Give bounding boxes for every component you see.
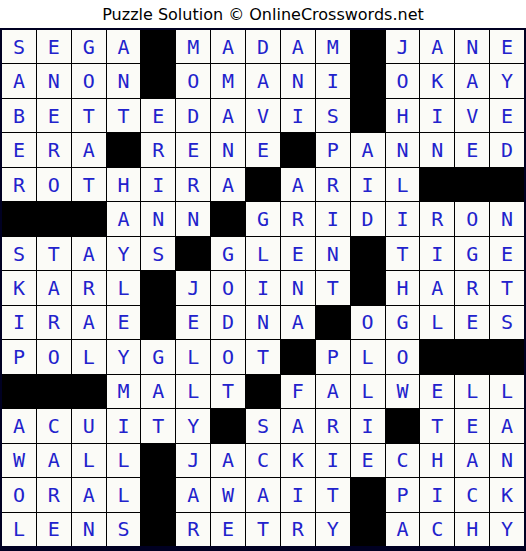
letter-cell: P: [316, 340, 350, 373]
letter-cell: F: [281, 375, 315, 408]
letter-cell: I: [141, 168, 175, 201]
letter-cell: B: [2, 99, 36, 132]
letter-cell: E: [211, 513, 245, 546]
letter-cell: W: [211, 478, 245, 511]
letter-cell: R: [455, 271, 489, 304]
letter-cell: A: [72, 306, 106, 339]
letter-cell: R: [316, 409, 350, 442]
letter-cell: P: [2, 340, 36, 373]
letter-cell: N: [316, 237, 350, 270]
letter-cell: H: [386, 99, 420, 132]
letter-cell: C: [37, 409, 71, 442]
block-cell: [351, 30, 385, 63]
letter-cell: L: [2, 513, 36, 546]
block-cell: [281, 340, 315, 373]
letter-cell: N: [490, 202, 524, 235]
letter-cell: E: [141, 99, 175, 132]
letter-cell: A: [455, 64, 489, 97]
block-cell: [351, 64, 385, 97]
letter-cell: I: [281, 99, 315, 132]
letter-cell: I: [351, 168, 385, 201]
block-cell: [351, 237, 385, 270]
block-cell: [490, 168, 524, 201]
letter-cell: L: [351, 375, 385, 408]
letter-cell: Y: [490, 64, 524, 97]
letter-cell: E: [37, 99, 71, 132]
letter-cell: U: [72, 409, 106, 442]
letter-cell: R: [176, 513, 210, 546]
letter-cell: E: [490, 237, 524, 270]
letter-cell: I: [316, 444, 350, 477]
letter-cell: G: [141, 340, 175, 373]
letter-cell: T: [141, 409, 175, 442]
letter-cell: S: [2, 30, 36, 63]
letter-cell: L: [246, 237, 280, 270]
letter-cell: L: [490, 375, 524, 408]
letter-cell: L: [420, 306, 454, 339]
letter-cell: N: [107, 64, 141, 97]
letter-cell: A: [281, 168, 315, 201]
letter-cell: L: [72, 340, 106, 373]
letter-cell: S: [246, 409, 280, 442]
block-cell: [351, 99, 385, 132]
block-cell: [455, 168, 489, 201]
letter-cell: L: [176, 340, 210, 373]
letter-cell: I: [420, 99, 454, 132]
letter-cell: A: [281, 306, 315, 339]
letter-cell: S: [2, 237, 36, 270]
block-cell: [211, 202, 245, 235]
block-cell: [211, 409, 245, 442]
letter-cell: L: [386, 168, 420, 201]
letter-cell: I: [351, 409, 385, 442]
letter-cell: N: [37, 64, 71, 97]
letter-cell: A: [176, 478, 210, 511]
letter-cell: R: [2, 168, 36, 201]
block-cell: [351, 513, 385, 546]
letter-cell: A: [420, 30, 454, 63]
letter-cell: O: [386, 340, 420, 373]
letter-cell: E: [107, 306, 141, 339]
letter-cell: A: [211, 168, 245, 201]
block-cell: [386, 409, 420, 442]
block-cell: [351, 271, 385, 304]
block-cell: [141, 30, 175, 63]
block-cell: [246, 375, 280, 408]
letter-cell: E: [176, 306, 210, 339]
letter-cell: K: [281, 444, 315, 477]
letter-cell: V: [455, 99, 489, 132]
letter-cell: T: [386, 237, 420, 270]
letter-cell: R: [37, 306, 71, 339]
letter-cell: P: [316, 133, 350, 166]
letter-cell: D: [490, 133, 524, 166]
letter-cell: T: [72, 168, 106, 201]
letter-cell: C: [246, 444, 280, 477]
letter-cell: A: [490, 409, 524, 442]
block-cell: [141, 306, 175, 339]
block-cell: [37, 202, 71, 235]
letter-cell: E: [490, 99, 524, 132]
block-cell: [420, 340, 454, 373]
letter-cell: A: [351, 133, 385, 166]
letter-cell: S: [316, 99, 350, 132]
letter-cell: H: [386, 271, 420, 304]
letter-cell: O: [72, 64, 106, 97]
letter-cell: K: [2, 271, 36, 304]
letter-cell: T: [211, 375, 245, 408]
letter-cell: T: [72, 99, 106, 132]
puzzle-solution-page: Puzzle Solution © OnlineCrosswords.net S…: [0, 0, 526, 551]
letter-cell: S: [490, 306, 524, 339]
letter-cell: T: [246, 340, 280, 373]
letter-cell: E: [420, 375, 454, 408]
letter-cell: A: [37, 271, 71, 304]
letter-cell: O: [176, 64, 210, 97]
block-cell: [141, 478, 175, 511]
letter-cell: O: [351, 306, 385, 339]
letter-cell: N: [455, 30, 489, 63]
letter-cell: T: [37, 237, 71, 270]
block-cell: [37, 375, 71, 408]
letter-cell: G: [211, 237, 245, 270]
letter-cell: L: [72, 444, 106, 477]
letter-cell: E: [455, 409, 489, 442]
letter-cell: T: [490, 271, 524, 304]
letter-cell: A: [246, 478, 280, 511]
letter-cell: O: [37, 168, 71, 201]
letter-cell: E: [246, 133, 280, 166]
letter-cell: A: [281, 409, 315, 442]
letter-cell: J: [176, 271, 210, 304]
letter-cell: A: [386, 513, 420, 546]
letter-cell: G: [246, 202, 280, 235]
letter-cell: P: [386, 478, 420, 511]
letter-cell: N: [141, 202, 175, 235]
letter-cell: E: [455, 306, 489, 339]
block-cell: [2, 202, 36, 235]
letter-cell: W: [386, 375, 420, 408]
block-cell: [141, 271, 175, 304]
letter-cell: L: [107, 271, 141, 304]
letter-cell: A: [2, 409, 36, 442]
letter-cell: A: [107, 30, 141, 63]
letter-cell: L: [455, 375, 489, 408]
letter-cell: A: [107, 202, 141, 235]
letter-cell: A: [316, 375, 350, 408]
block-cell: [490, 340, 524, 373]
letter-cell: I: [316, 202, 350, 235]
letter-cell: I: [420, 237, 454, 270]
page-title: Puzzle Solution © OnlineCrosswords.net: [0, 0, 526, 28]
letter-cell: O: [386, 64, 420, 97]
letter-cell: R: [316, 168, 350, 201]
letter-cell: N: [420, 133, 454, 166]
letter-cell: M: [211, 64, 245, 97]
letter-cell: N: [211, 133, 245, 166]
letter-cell: N: [281, 64, 315, 97]
crossword-grid: SEGAMADAMJANEANONOMANIOKAYBETTEDAVISHIVE…: [0, 28, 526, 551]
letter-cell: O: [211, 340, 245, 373]
letter-cell: E: [351, 444, 385, 477]
letter-cell: A: [72, 478, 106, 511]
letter-cell: A: [281, 30, 315, 63]
letter-cell: E: [455, 133, 489, 166]
letter-cell: V: [246, 99, 280, 132]
block-cell: [2, 375, 36, 408]
letter-cell: A: [455, 444, 489, 477]
letter-cell: Y: [107, 340, 141, 373]
letter-cell: Y: [490, 513, 524, 546]
letter-cell: W: [2, 444, 36, 477]
letter-cell: I: [316, 64, 350, 97]
letter-cell: O: [2, 478, 36, 511]
letter-cell: R: [420, 202, 454, 235]
letter-cell: A: [72, 133, 106, 166]
letter-cell: G: [455, 237, 489, 270]
letter-cell: J: [176, 444, 210, 477]
letter-cell: R: [281, 513, 315, 546]
letter-cell: E: [176, 133, 210, 166]
letter-cell: G: [72, 30, 106, 63]
letter-cell: C: [455, 478, 489, 511]
letter-cell: E: [37, 513, 71, 546]
letter-cell: T: [246, 513, 280, 546]
letter-cell: S: [141, 237, 175, 270]
letter-cell: I: [281, 478, 315, 511]
letter-cell: A: [211, 444, 245, 477]
letter-cell: T: [316, 478, 350, 511]
letter-cell: O: [211, 271, 245, 304]
letter-cell: A: [72, 237, 106, 270]
block-cell: [351, 478, 385, 511]
letter-cell: H: [107, 168, 141, 201]
letter-cell: I: [107, 409, 141, 442]
letter-cell: L: [107, 478, 141, 511]
letter-cell: A: [2, 64, 36, 97]
letter-cell: Y: [107, 237, 141, 270]
block-cell: [281, 133, 315, 166]
letter-cell: C: [386, 444, 420, 477]
letter-cell: D: [246, 30, 280, 63]
block-cell: [316, 306, 350, 339]
letter-cell: L: [176, 375, 210, 408]
block-cell: [141, 444, 175, 477]
block-cell: [72, 202, 106, 235]
letter-cell: A: [141, 375, 175, 408]
letter-cell: K: [420, 64, 454, 97]
letter-cell: O: [37, 340, 71, 373]
block-cell: [72, 375, 106, 408]
letter-cell: A: [211, 30, 245, 63]
letter-cell: T: [107, 99, 141, 132]
block-cell: [176, 237, 210, 270]
letter-cell: L: [107, 444, 141, 477]
letter-cell: H: [455, 513, 489, 546]
block-cell: [107, 133, 141, 166]
letter-cell: R: [281, 202, 315, 235]
letter-cell: S: [107, 513, 141, 546]
letter-cell: R: [37, 133, 71, 166]
letter-cell: E: [490, 30, 524, 63]
letter-cell: M: [176, 30, 210, 63]
letter-cell: D: [351, 202, 385, 235]
letter-cell: N: [386, 133, 420, 166]
letter-cell: A: [211, 99, 245, 132]
letter-cell: N: [176, 202, 210, 235]
letter-cell: I: [386, 202, 420, 235]
letter-cell: A: [246, 64, 280, 97]
letter-cell: N: [72, 513, 106, 546]
block-cell: [141, 64, 175, 97]
block-cell: [246, 168, 280, 201]
letter-cell: N: [281, 271, 315, 304]
letter-cell: E: [281, 237, 315, 270]
letter-cell: Y: [176, 409, 210, 442]
letter-cell: D: [211, 306, 245, 339]
letter-cell: I: [420, 478, 454, 511]
block-cell: [455, 340, 489, 373]
letter-cell: M: [316, 30, 350, 63]
letter-cell: I: [2, 306, 36, 339]
letter-cell: L: [351, 340, 385, 373]
letter-cell: E: [37, 30, 71, 63]
block-cell: [420, 168, 454, 201]
letter-cell: D: [176, 99, 210, 132]
letter-cell: A: [37, 444, 71, 477]
letter-cell: K: [490, 478, 524, 511]
letter-cell: R: [37, 478, 71, 511]
letter-cell: R: [141, 133, 175, 166]
letter-cell: T: [420, 409, 454, 442]
letter-cell: C: [420, 513, 454, 546]
letter-cell: H: [420, 444, 454, 477]
letter-cell: R: [176, 168, 210, 201]
letter-cell: N: [246, 306, 280, 339]
letter-cell: N: [490, 444, 524, 477]
block-cell: [141, 513, 175, 546]
letter-cell: G: [386, 306, 420, 339]
letter-cell: J: [386, 30, 420, 63]
letter-cell: M: [107, 375, 141, 408]
letter-cell: A: [420, 271, 454, 304]
letter-cell: Y: [316, 513, 350, 546]
letter-cell: O: [455, 202, 489, 235]
letter-cell: E: [2, 133, 36, 166]
letter-cell: I: [246, 271, 280, 304]
letter-cell: T: [316, 271, 350, 304]
letter-cell: R: [72, 271, 106, 304]
